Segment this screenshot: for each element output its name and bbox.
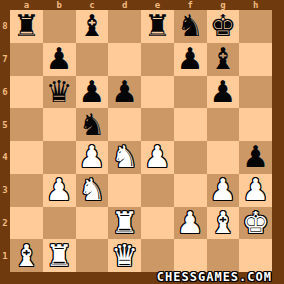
square-c7 [76,43,109,76]
piece-black-bishop-c8: ♝ [78,11,105,41]
piece-black-pawn-d6: ♟ [111,77,138,107]
piece-white-pawn-c4: ♟ [78,142,105,172]
rank-label-6: 6 [0,76,10,109]
square-a1: ♝ [10,239,43,272]
square-a7 [10,43,43,76]
piece-black-knight-c5: ♞ [78,110,105,140]
square-h6 [239,76,272,109]
square-g4 [207,141,240,174]
square-d8 [108,10,141,43]
square-c2 [76,207,109,240]
piece-white-rook-d2: ♜ [111,208,138,238]
piece-black-queen-b6: ♛ [46,77,73,107]
square-h4: ♟ [239,141,272,174]
file-label-g: g [207,0,240,10]
rank-label-7: 7 [0,43,10,76]
square-e7 [141,43,174,76]
rank-label-2: 2 [0,207,10,240]
piece-black-pawn-g6: ♟ [209,77,236,107]
square-d5 [108,108,141,141]
square-a5 [10,108,43,141]
square-b4 [43,141,76,174]
rank-labels: 87654321 [0,10,10,272]
square-h3: ♟ [239,174,272,207]
piece-white-king-h2: ♚ [242,208,269,238]
square-h1 [239,239,272,272]
rank-label-4: 4 [0,141,10,174]
piece-black-rook-a8: ♜ [13,11,40,41]
square-d1: ♛ [108,239,141,272]
file-label-d: d [108,0,141,10]
piece-black-knight-f8: ♞ [177,11,204,41]
square-g6: ♟ [207,76,240,109]
rank-label-5: 5 [0,108,10,141]
square-b5 [43,108,76,141]
square-e4: ♟ [141,141,174,174]
square-e1 [141,239,174,272]
square-g2: ♝ [207,207,240,240]
square-a4 [10,141,43,174]
square-a6 [10,76,43,109]
square-b8 [43,10,76,43]
piece-black-pawn-h4: ♟ [242,142,269,172]
piece-black-king-g8: ♚ [209,11,236,41]
square-c4: ♟ [76,141,109,174]
file-label-h: h [239,0,272,10]
square-d3 [108,174,141,207]
piece-white-knight-c3: ♞ [78,175,105,205]
rank-label-1: 1 [0,239,10,272]
square-c1 [76,239,109,272]
piece-black-bishop-g7: ♝ [209,44,236,74]
square-f7: ♟ [174,43,207,76]
square-c6: ♟ [76,76,109,109]
file-labels: abcdefgh [10,0,272,10]
square-f2: ♟ [174,207,207,240]
piece-white-pawn-b3: ♟ [46,175,73,205]
piece-white-bishop-a1: ♝ [13,241,40,271]
file-label-c: c [76,0,109,10]
square-f3 [174,174,207,207]
square-b3: ♟ [43,174,76,207]
piece-white-knight-d4: ♞ [111,142,138,172]
piece-white-pawn-g3: ♟ [209,175,236,205]
square-c3: ♞ [76,174,109,207]
piece-black-pawn-f7: ♟ [177,44,204,74]
square-h7 [239,43,272,76]
square-g5 [207,108,240,141]
chessgames-watermark: CHESSGAMES.COM [157,272,272,284]
square-f4 [174,141,207,174]
square-e3 [141,174,174,207]
piece-white-pawn-e4: ♟ [144,142,171,172]
square-d2: ♜ [108,207,141,240]
piece-white-rook-b1: ♜ [46,241,73,271]
file-label-e: e [141,0,174,10]
square-h8 [239,10,272,43]
square-f8: ♞ [174,10,207,43]
square-e8: ♜ [141,10,174,43]
square-f5 [174,108,207,141]
piece-black-pawn-b7: ♟ [46,44,73,74]
square-f6 [174,76,207,109]
piece-white-pawn-f2: ♟ [177,208,204,238]
square-c8: ♝ [76,10,109,43]
piece-white-bishop-g2: ♝ [209,208,236,238]
square-b1: ♜ [43,239,76,272]
square-a2 [10,207,43,240]
square-g8: ♚ [207,10,240,43]
square-b6: ♛ [43,76,76,109]
square-f1 [174,239,207,272]
file-label-f: f [174,0,207,10]
square-b7: ♟ [43,43,76,76]
square-h2: ♚ [239,207,272,240]
rank-label-3: 3 [0,174,10,207]
file-label-b: b [43,0,76,10]
file-label-a: a [10,0,43,10]
square-c5: ♞ [76,108,109,141]
square-e6 [141,76,174,109]
square-g3: ♟ [207,174,240,207]
square-d4: ♞ [108,141,141,174]
square-a3 [10,174,43,207]
piece-white-queen-d1: ♛ [111,241,138,271]
square-h5 [239,108,272,141]
square-a8: ♜ [10,10,43,43]
square-b2 [43,207,76,240]
square-g1 [207,239,240,272]
chess-diagram: abcdefgh 87654321 ♜♝♜♞♚♟♟♝♛♟♟♟♞♟♞♟♟♟♞♟♟♜… [0,0,284,284]
piece-black-rook-e8: ♜ [144,11,171,41]
square-d6: ♟ [108,76,141,109]
piece-black-pawn-c6: ♟ [78,77,105,107]
rank-label-8: 8 [0,10,10,43]
piece-white-pawn-h3: ♟ [242,175,269,205]
square-e2 [141,207,174,240]
square-g7: ♝ [207,43,240,76]
chess-board: ♜♝♜♞♚♟♟♝♛♟♟♟♞♟♞♟♟♟♞♟♟♜♟♝♚♝♜♛ [10,10,272,272]
square-e5 [141,108,174,141]
square-d7 [108,43,141,76]
